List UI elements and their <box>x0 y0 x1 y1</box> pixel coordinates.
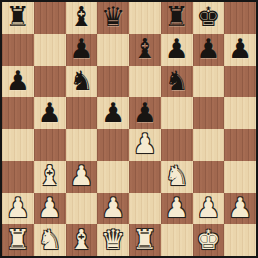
square-h3[interactable] <box>224 161 256 193</box>
square-g1[interactable]: ♚ <box>193 224 225 256</box>
square-g8[interactable]: ♚ <box>193 2 225 34</box>
square-f4[interactable] <box>161 129 193 161</box>
square-c3[interactable]: ♟ <box>66 161 98 193</box>
piece-white-pawn: ♟ <box>6 194 30 221</box>
piece-black-pawn: ♟ <box>101 99 125 126</box>
square-c6[interactable]: ♞ <box>66 66 98 98</box>
square-b3[interactable]: ♝ <box>34 161 66 193</box>
piece-black-rook: ♜ <box>6 3 30 30</box>
piece-black-bishop: ♝ <box>69 3 93 30</box>
square-b4[interactable] <box>34 129 66 161</box>
square-g3[interactable] <box>193 161 225 193</box>
piece-white-bishop: ♝ <box>69 226 93 253</box>
square-d8[interactable]: ♛ <box>97 2 129 34</box>
square-d5[interactable]: ♟ <box>97 97 129 129</box>
piece-black-king: ♚ <box>196 3 220 30</box>
piece-black-rook: ♜ <box>165 3 189 30</box>
square-f7[interactable]: ♟ <box>161 34 193 66</box>
square-d1[interactable]: ♛ <box>97 224 129 256</box>
piece-white-pawn: ♟ <box>38 194 62 221</box>
square-g2[interactable]: ♟ <box>193 193 225 225</box>
piece-black-pawn: ♟ <box>38 99 62 126</box>
square-a8[interactable]: ♜ <box>2 2 34 34</box>
square-f6[interactable]: ♞ <box>161 66 193 98</box>
piece-white-pawn: ♟ <box>101 194 125 221</box>
square-b5[interactable]: ♟ <box>34 97 66 129</box>
square-d2[interactable]: ♟ <box>97 193 129 225</box>
square-d6[interactable] <box>97 66 129 98</box>
square-e5[interactable]: ♟ <box>129 97 161 129</box>
square-d3[interactable] <box>97 161 129 193</box>
piece-white-pawn: ♟ <box>133 130 157 157</box>
square-f8[interactable]: ♜ <box>161 2 193 34</box>
square-f2[interactable]: ♟ <box>161 193 193 225</box>
square-f1[interactable] <box>161 224 193 256</box>
piece-white-pawn: ♟ <box>228 194 252 221</box>
piece-black-pawn: ♟ <box>69 35 93 62</box>
square-a7[interactable] <box>2 34 34 66</box>
square-c1[interactable]: ♝ <box>66 224 98 256</box>
square-c7[interactable]: ♟ <box>66 34 98 66</box>
piece-black-bishop: ♝ <box>133 35 157 62</box>
square-d7[interactable] <box>97 34 129 66</box>
square-h8[interactable] <box>224 2 256 34</box>
square-e2[interactable] <box>129 193 161 225</box>
square-b1[interactable]: ♞ <box>34 224 66 256</box>
square-g5[interactable] <box>193 97 225 129</box>
piece-black-pawn: ♟ <box>196 35 220 62</box>
square-f3[interactable]: ♞ <box>161 161 193 193</box>
square-e4[interactable]: ♟ <box>129 129 161 161</box>
square-c5[interactable] <box>66 97 98 129</box>
square-e3[interactable] <box>129 161 161 193</box>
square-a1[interactable]: ♜ <box>2 224 34 256</box>
piece-white-rook: ♜ <box>6 226 30 253</box>
square-e7[interactable]: ♝ <box>129 34 161 66</box>
piece-white-bishop: ♝ <box>38 162 62 189</box>
piece-black-pawn: ♟ <box>165 35 189 62</box>
square-e6[interactable] <box>129 66 161 98</box>
piece-black-queen: ♛ <box>101 3 125 30</box>
piece-black-knight: ♞ <box>165 67 189 94</box>
piece-white-king: ♚ <box>196 226 220 253</box>
square-h2[interactable]: ♟ <box>224 193 256 225</box>
piece-black-pawn: ♟ <box>228 35 252 62</box>
square-e1[interactable]: ♜ <box>129 224 161 256</box>
square-h6[interactable] <box>224 66 256 98</box>
piece-white-knight: ♞ <box>38 226 62 253</box>
square-h5[interactable] <box>224 97 256 129</box>
square-c2[interactable] <box>66 193 98 225</box>
piece-black-pawn: ♟ <box>6 67 30 94</box>
square-a2[interactable]: ♟ <box>2 193 34 225</box>
square-b2[interactable]: ♟ <box>34 193 66 225</box>
square-b8[interactable] <box>34 2 66 34</box>
piece-white-pawn: ♟ <box>196 194 220 221</box>
piece-white-queen: ♛ <box>101 226 125 253</box>
square-h4[interactable] <box>224 129 256 161</box>
square-g7[interactable]: ♟ <box>193 34 225 66</box>
piece-black-pawn: ♟ <box>133 99 157 126</box>
piece-white-pawn: ♟ <box>165 194 189 221</box>
square-c4[interactable] <box>66 129 98 161</box>
square-a6[interactable]: ♟ <box>2 66 34 98</box>
square-g6[interactable] <box>193 66 225 98</box>
square-a5[interactable] <box>2 97 34 129</box>
square-d4[interactable] <box>97 129 129 161</box>
chess-board: ♜♝♛♜♚♟♝♟♟♟♟♞♞♟♟♟♟♝♟♞♟♟♟♟♟♟♜♞♝♛♜♚ <box>0 0 258 258</box>
square-h1[interactable] <box>224 224 256 256</box>
piece-black-knight: ♞ <box>69 67 93 94</box>
square-g4[interactable] <box>193 129 225 161</box>
piece-white-pawn: ♟ <box>69 162 93 189</box>
square-a3[interactable] <box>2 161 34 193</box>
square-a4[interactable] <box>2 129 34 161</box>
square-h7[interactable]: ♟ <box>224 34 256 66</box>
piece-white-rook: ♜ <box>133 226 157 253</box>
square-b6[interactable] <box>34 66 66 98</box>
square-e8[interactable] <box>129 2 161 34</box>
square-c8[interactable]: ♝ <box>66 2 98 34</box>
square-f5[interactable] <box>161 97 193 129</box>
piece-white-knight: ♞ <box>165 162 189 189</box>
square-b7[interactable] <box>34 34 66 66</box>
